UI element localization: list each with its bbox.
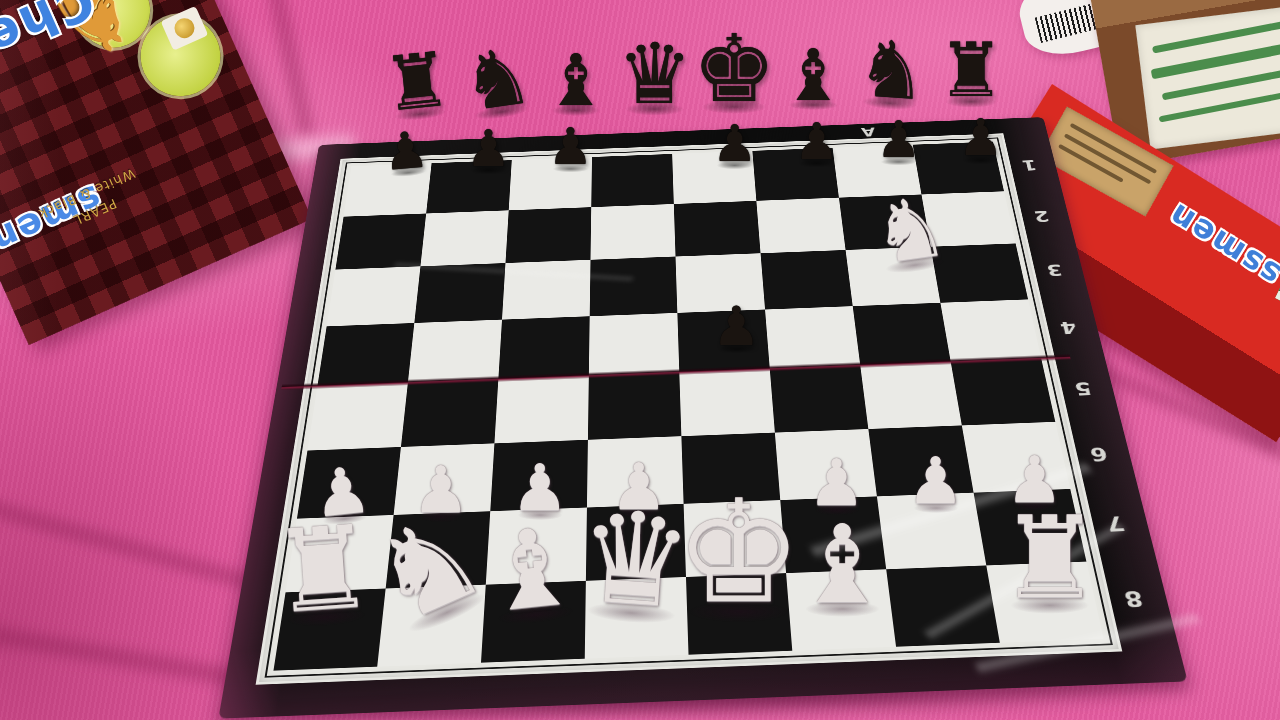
piece-black-bishop-f8: ♝ (781, 40, 845, 111)
square-f7 (756, 197, 845, 253)
square-f5 (765, 306, 860, 369)
piece-black-bishop-c8: ♝ (544, 45, 608, 116)
square-e8 (672, 151, 756, 204)
square-d3 (587, 436, 684, 508)
square-d2 (586, 504, 686, 581)
square-b5 (408, 319, 502, 382)
square-g5 (853, 302, 951, 365)
square-g3 (868, 425, 973, 496)
box-label (1135, 2, 1280, 149)
square-d5 (589, 313, 679, 376)
square-d7 (590, 204, 675, 260)
square-e2 (684, 500, 786, 576)
square-a3 (297, 447, 401, 519)
square-e7 (674, 201, 761, 257)
square-c6 (502, 260, 590, 320)
square-a8 (344, 163, 432, 216)
square-a4 (308, 383, 408, 451)
square-g4 (860, 362, 962, 429)
square-b8 (426, 160, 512, 213)
square-f2 (780, 496, 886, 572)
square-c8 (509, 157, 592, 210)
square-g1 (886, 565, 1000, 647)
square-b1 (377, 584, 486, 666)
square-f4 (770, 365, 869, 432)
square-a2 (286, 515, 394, 592)
piece-black-knight-g8: ♞ (855, 29, 931, 112)
square-b2 (386, 511, 491, 588)
square-g2 (877, 493, 986, 569)
piece-black-king-e8: ♚ (692, 22, 776, 115)
barcode-icon (1035, 3, 1100, 43)
square-e5 (677, 309, 769, 372)
square-h1 (986, 561, 1103, 643)
square-g8 (833, 145, 922, 198)
square-d8 (591, 154, 674, 207)
square-f6 (761, 250, 853, 309)
square-b6 (414, 263, 505, 323)
file-label-a: A (851, 124, 886, 139)
square-c5 (498, 316, 589, 379)
square-h2 (974, 489, 1087, 565)
board-squares (273, 142, 1103, 671)
square-b4 (401, 379, 498, 446)
chess-board: 12345678 A (218, 117, 1187, 718)
square-f3 (775, 429, 877, 500)
square-c3 (490, 439, 588, 511)
square-d4 (588, 372, 681, 439)
square-f1 (786, 569, 896, 651)
box-label-text: PEARL White & Black (35, 164, 146, 242)
square-h6 (931, 243, 1028, 302)
piece-black-knight-b8: ♞ (456, 36, 537, 124)
square-e3 (681, 432, 780, 504)
chess-box-left: ♞ Chess smen PEARL White & Black (0, 0, 312, 345)
square-d1 (585, 577, 689, 659)
square-a7 (335, 213, 426, 269)
photo-scene: ♞ Chess smen PEARL White & Black ssmen (0, 0, 1280, 720)
square-c7 (505, 207, 591, 263)
square-h8 (913, 142, 1004, 195)
piece-black-rook-a8: ♜ (380, 42, 454, 123)
square-h4 (951, 358, 1056, 425)
square-b3 (394, 443, 495, 515)
piece-black-queen-d8: ♛ (617, 32, 692, 116)
square-d6 (590, 257, 678, 316)
box-brand-text: ssmen (1161, 195, 1280, 294)
square-c2 (486, 508, 587, 585)
square-c1 (481, 580, 586, 662)
square-b7 (420, 210, 508, 266)
square-h5 (940, 299, 1041, 362)
square-h3 (962, 421, 1070, 492)
square-e4 (679, 369, 775, 436)
square-a6 (327, 266, 421, 326)
square-g6 (846, 247, 941, 306)
square-g7 (839, 194, 931, 250)
square-a1 (273, 588, 385, 671)
square-c4 (494, 376, 588, 443)
piece-black-rook-h8: ♜ (938, 33, 1005, 108)
square-a5 (317, 323, 414, 386)
square-h7 (921, 191, 1015, 247)
square-f8 (752, 148, 839, 201)
square-e1 (686, 573, 792, 655)
gold-seal-icon (171, 15, 197, 41)
square-e6 (676, 253, 765, 312)
